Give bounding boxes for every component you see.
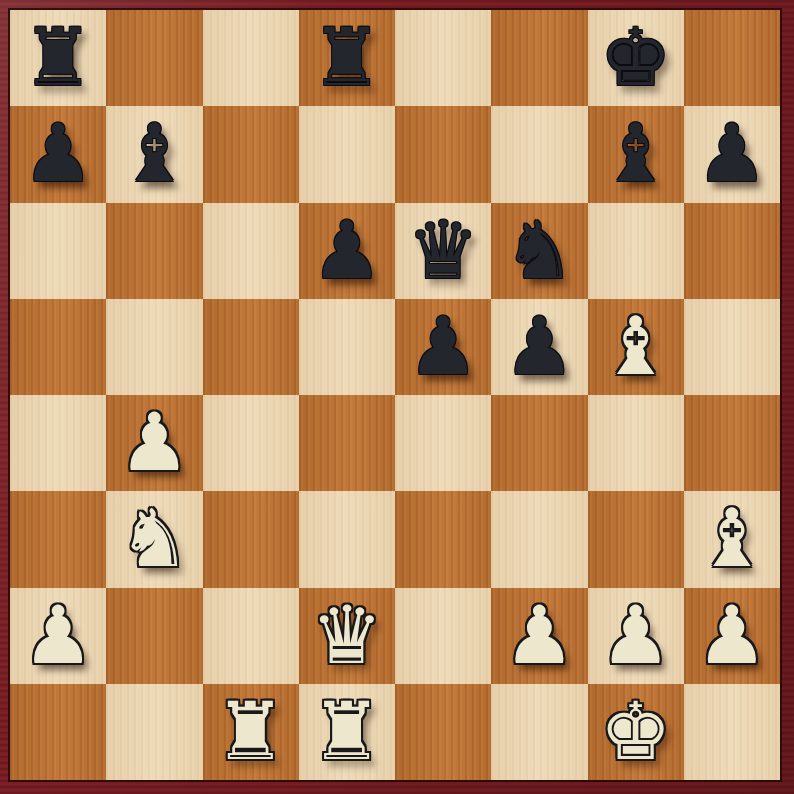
- square-c8[interactable]: [203, 10, 299, 106]
- square-c1[interactable]: ♜: [203, 684, 299, 780]
- white-pawn-piece: ♟: [22, 596, 94, 676]
- white-rook-piece: ♜: [215, 692, 287, 772]
- square-h8[interactable]: [684, 10, 780, 106]
- white-pawn-piece: ♟: [119, 403, 191, 483]
- square-c3[interactable]: [203, 491, 299, 587]
- black-queen-piece: ♛: [407, 211, 479, 291]
- square-h5[interactable]: [684, 299, 780, 395]
- square-d8[interactable]: ♜: [299, 10, 395, 106]
- square-g1[interactable]: ♚: [588, 684, 684, 780]
- black-rook-piece: ♜: [22, 18, 94, 98]
- square-f7[interactable]: [491, 106, 587, 202]
- square-d1[interactable]: ♜: [299, 684, 395, 780]
- white-pawn-piece: ♟: [600, 596, 672, 676]
- chess-board: ♜♜♚♟♝♝♟♟♛♞♟♟♝♟♞♝♟♛♟♟♟♜♜♚: [10, 10, 780, 780]
- white-knight-piece: ♞: [119, 499, 191, 579]
- square-b5[interactable]: [106, 299, 202, 395]
- black-pawn-piece: ♟: [22, 114, 94, 194]
- square-h1[interactable]: [684, 684, 780, 780]
- square-e1[interactable]: [395, 684, 491, 780]
- square-a8[interactable]: ♜: [10, 10, 106, 106]
- square-d3[interactable]: [299, 491, 395, 587]
- white-rook-piece: ♜: [311, 692, 383, 772]
- black-pawn-piece: ♟: [407, 307, 479, 387]
- white-queen-piece: ♛: [311, 596, 383, 676]
- square-e4[interactable]: [395, 395, 491, 491]
- black-pawn-piece: ♟: [504, 307, 576, 387]
- square-b2[interactable]: [106, 588, 202, 684]
- square-a4[interactable]: [10, 395, 106, 491]
- square-h3[interactable]: ♝: [684, 491, 780, 587]
- square-g7[interactable]: ♝: [588, 106, 684, 202]
- square-c7[interactable]: [203, 106, 299, 202]
- black-rook-piece: ♜: [311, 18, 383, 98]
- white-pawn-piece: ♟: [696, 596, 768, 676]
- square-b8[interactable]: [106, 10, 202, 106]
- square-e3[interactable]: [395, 491, 491, 587]
- black-knight-piece: ♞: [504, 211, 576, 291]
- square-f1[interactable]: [491, 684, 587, 780]
- square-d5[interactable]: [299, 299, 395, 395]
- white-pawn-piece: ♟: [504, 596, 576, 676]
- black-bishop-piece: ♝: [600, 114, 672, 194]
- white-king-piece: ♚: [600, 692, 672, 772]
- square-c2[interactable]: [203, 588, 299, 684]
- square-e7[interactable]: [395, 106, 491, 202]
- square-b6[interactable]: [106, 203, 202, 299]
- square-d4[interactable]: [299, 395, 395, 491]
- white-bishop-piece: ♝: [600, 307, 672, 387]
- square-g8[interactable]: ♚: [588, 10, 684, 106]
- square-b1[interactable]: [106, 684, 202, 780]
- square-a2[interactable]: ♟: [10, 588, 106, 684]
- square-h4[interactable]: [684, 395, 780, 491]
- black-pawn-piece: ♟: [311, 211, 383, 291]
- square-b3[interactable]: ♞: [106, 491, 202, 587]
- square-d7[interactable]: [299, 106, 395, 202]
- square-f8[interactable]: [491, 10, 587, 106]
- square-a3[interactable]: [10, 491, 106, 587]
- square-b4[interactable]: ♟: [106, 395, 202, 491]
- square-h6[interactable]: [684, 203, 780, 299]
- square-g5[interactable]: ♝: [588, 299, 684, 395]
- square-f4[interactable]: [491, 395, 587, 491]
- square-f5[interactable]: ♟: [491, 299, 587, 395]
- black-pawn-piece: ♟: [696, 114, 768, 194]
- square-a5[interactable]: [10, 299, 106, 395]
- square-e8[interactable]: [395, 10, 491, 106]
- square-f6[interactable]: ♞: [491, 203, 587, 299]
- black-king-piece: ♚: [600, 18, 672, 98]
- white-bishop-piece: ♝: [696, 499, 768, 579]
- square-e6[interactable]: ♛: [395, 203, 491, 299]
- square-b7[interactable]: ♝: [106, 106, 202, 202]
- square-a1[interactable]: [10, 684, 106, 780]
- square-g6[interactable]: [588, 203, 684, 299]
- board-frame: ♜♜♚♟♝♝♟♟♛♞♟♟♝♟♞♝♟♛♟♟♟♜♜♚: [0, 0, 794, 794]
- square-a6[interactable]: [10, 203, 106, 299]
- square-g2[interactable]: ♟: [588, 588, 684, 684]
- square-a7[interactable]: ♟: [10, 106, 106, 202]
- square-e2[interactable]: [395, 588, 491, 684]
- square-g4[interactable]: [588, 395, 684, 491]
- square-h7[interactable]: ♟: [684, 106, 780, 202]
- square-e5[interactable]: ♟: [395, 299, 491, 395]
- square-h2[interactable]: ♟: [684, 588, 780, 684]
- black-bishop-piece: ♝: [119, 114, 191, 194]
- square-c5[interactable]: [203, 299, 299, 395]
- square-d6[interactable]: ♟: [299, 203, 395, 299]
- square-c4[interactable]: [203, 395, 299, 491]
- square-g3[interactable]: [588, 491, 684, 587]
- square-c6[interactable]: [203, 203, 299, 299]
- square-f3[interactable]: [491, 491, 587, 587]
- square-f2[interactable]: ♟: [491, 588, 587, 684]
- square-d2[interactable]: ♛: [299, 588, 395, 684]
